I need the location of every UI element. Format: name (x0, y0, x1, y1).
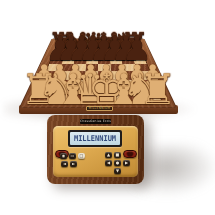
nav-keys-row2: ◀●▶ (105, 160, 130, 166)
function-key-b2[interactable]: ► (70, 161, 77, 167)
lcd-text: MILLENNIUM (74, 134, 116, 143)
lcd-screen: MILLENNIUM (70, 132, 120, 145)
piece-white-rook-h1[interactable]: ♜ (139, 69, 177, 111)
function-key-a2[interactable]: ▭ (69, 153, 76, 159)
nav-keys-row1: ▲■ (105, 152, 121, 158)
nav-key-a2[interactable]: ■ (114, 152, 121, 158)
console-shadow (132, 144, 215, 196)
lcd-display: MILLENNIUM (68, 130, 122, 147)
function-keys-row1: ◉▭□ (60, 153, 85, 159)
enter-key[interactable] (123, 150, 137, 158)
nav-key-c1[interactable]: ▼ (114, 168, 121, 174)
function-key-a1[interactable]: ◉ (60, 153, 67, 159)
product-photo: MILLENNIUM ♜♞♝♛♚♝♞♜♟♟♟♟♟♟♟♟♟♟♟♟♟♟♟♟♜♞♝♛♚… (0, 0, 215, 215)
function-key-a3[interactable]: □ (78, 153, 85, 159)
chess-computer-console: ChessGenius Exclusive MILLENNIUM ◉▭□ ◄► … (47, 115, 144, 184)
function-key-b1[interactable]: ◄ (61, 161, 68, 167)
nav-key-a1[interactable]: ▲ (105, 152, 112, 158)
nav-key-b1[interactable]: ◀ (105, 160, 112, 166)
console-faceplate: MILLENNIUM ◉▭□ ◄► ▲■ ◀●▶ ▼ (53, 126, 138, 177)
console-brand-label: ChessGenius Exclusive (80, 119, 111, 124)
function-keys-row2: ◄► (61, 161, 77, 167)
nav-keys-row3: ▼ (114, 168, 121, 174)
nav-key-b3[interactable]: ▶ (123, 160, 130, 166)
nav-key-b2[interactable]: ● (114, 160, 121, 166)
